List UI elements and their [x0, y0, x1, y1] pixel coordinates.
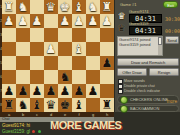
game-icon [120, 105, 128, 113]
black-player-icon: ♛ [116, 23, 127, 34]
checkbox-icon[interactable] [118, 89, 123, 94]
square-e6[interactable]: ♞ [58, 70, 72, 84]
scrollbar-thumb[interactable] [158, 37, 162, 45]
white-pawn-icon: ♟ [60, 14, 71, 28]
option-disable-check-indicator[interactable]: Disable check indicator [118, 89, 160, 93]
white-knight-icon: ♞ [88, 0, 99, 14]
white-rook-icon: ♜ [4, 0, 15, 14]
square-a1[interactable]: ♜ [2, 0, 16, 14]
black-pawn-icon: ♟ [4, 84, 15, 98]
white-bishop-icon: ♝ [74, 0, 85, 14]
chess-board: ♜♞♛♚♝♞♜♟♟♟♟♟♟♟♟♝♟♞♟♟♟♟♟♟♟♜♞♝♛♚♝♜ [2, 0, 114, 112]
square-c6[interactable] [30, 70, 44, 84]
more-games-link[interactable]: more [167, 99, 177, 104]
square-g1[interactable]: ♞ [86, 0, 100, 14]
square-c7[interactable]: ♟ [30, 84, 44, 98]
send-button[interactable]: Send [165, 36, 179, 44]
square-b2[interactable]: ♟ [16, 14, 30, 28]
square-e3[interactable] [58, 28, 72, 42]
square-a4[interactable] [2, 42, 16, 56]
square-b4[interactable] [16, 42, 30, 56]
board-frame: 12345678 ♜♞♛♚♝♞♜♟♟♟♟♟♟♟♟♝♟♞♟♟♟♟♟♟♟♜♞♝♛♚♝… [0, 0, 114, 117]
square-c3[interactable] [30, 28, 44, 42]
chat-message-text: Guest3159: gl [2, 129, 30, 134]
square-f8[interactable]: ♝ [72, 98, 86, 112]
footer-bar: Chat Guest9174: hi Guest3159: gl MORE GA… [0, 117, 180, 135]
white-pawn-icon: ♟ [102, 14, 113, 28]
square-f7[interactable]: ♟ [72, 84, 86, 98]
black-pawn-icon: ♟ [46, 84, 57, 98]
square-g5[interactable] [86, 56, 100, 70]
square-b5[interactable] [16, 56, 30, 70]
square-c1[interactable] [30, 0, 44, 14]
square-f6[interactable] [72, 70, 86, 84]
square-e4[interactable] [58, 42, 72, 56]
option-move-sounds[interactable]: Move sounds [118, 79, 145, 83]
square-d3[interactable] [44, 28, 58, 42]
white-knight-icon: ♞ [18, 0, 29, 14]
white-pawn-icon: ♟ [18, 14, 29, 28]
square-d1[interactable]: ♛ [44, 0, 58, 14]
white-king-icon: ♚ [60, 0, 71, 14]
resign-button[interactable]: Resign [149, 68, 179, 76]
white-pawn-icon: ♟ [74, 14, 85, 28]
black-bishop-icon: ♝ [32, 98, 43, 112]
square-h3[interactable] [100, 28, 114, 42]
square-f2[interactable]: ♟ [72, 14, 86, 28]
red-status-dot-icon [32, 130, 35, 133]
option-label: Disable check indicator [124, 89, 160, 93]
square-h1[interactable]: ♜ [100, 0, 114, 14]
square-h7[interactable] [100, 84, 114, 98]
option-label: Disable private chat [124, 84, 155, 88]
chat-message-text: Guest9174: hi [2, 123, 30, 128]
square-e7[interactable]: ♟ [58, 84, 72, 98]
square-g2[interactable]: ♟ [86, 14, 100, 28]
black-queen-icon: ♛ [46, 98, 57, 112]
square-c4[interactable] [30, 42, 44, 56]
game-link-row[interactable]: BACKGAMMON [117, 105, 179, 112]
white-pawn-icon: ♟ [88, 14, 99, 28]
black-pawn-icon: ♟ [88, 84, 99, 98]
square-d4[interactable]: ♟ [44, 42, 58, 56]
square-e1[interactable]: ♚ [58, 0, 72, 14]
game-icon [120, 96, 128, 104]
green-status-dot-icon [38, 130, 41, 133]
square-c2[interactable]: ♟ [30, 14, 44, 28]
square-h8[interactable]: ♜ [100, 98, 114, 112]
square-f4[interactable]: ♝ [72, 42, 86, 56]
white-player-icon: ♛ [116, 11, 127, 22]
square-a6[interactable] [2, 70, 16, 84]
square-f1[interactable]: ♝ [72, 0, 86, 14]
square-b3[interactable] [16, 28, 30, 42]
square-a8[interactable]: ♜ [2, 98, 16, 112]
square-g4[interactable] [86, 42, 100, 56]
square-b1[interactable]: ♞ [16, 0, 30, 14]
white-pawn-icon: ♟ [32, 14, 43, 28]
square-e5[interactable] [58, 56, 72, 70]
square-e2[interactable]: ♟ [58, 14, 72, 28]
black-bishop-icon: ♝ [74, 98, 85, 112]
white-rook-icon: ♜ [102, 0, 113, 14]
chess-app-window: 12345678 ♜♞♛♚♝♞♜♟♟♟♟♟♟♟♟♝♟♞♟♟♟♟♟♟♟♜♞♝♛♚♝… [0, 0, 180, 135]
square-b6[interactable] [16, 70, 30, 84]
square-g6[interactable] [86, 70, 100, 84]
square-a2[interactable]: ♟ [2, 14, 16, 28]
black-pawn-icon: ♟ [74, 84, 85, 98]
square-d6[interactable] [44, 70, 58, 84]
square-g8[interactable] [86, 98, 100, 112]
black-knight-icon: ♞ [18, 98, 29, 112]
black-king-icon: ♚ [60, 98, 71, 112]
square-a3[interactable] [2, 28, 16, 42]
square-d8[interactable]: ♛ [44, 98, 58, 112]
black-pawn-icon: ♟ [60, 84, 71, 98]
square-c8[interactable]: ♝ [30, 98, 44, 112]
square-b7[interactable]: ♟ [16, 84, 30, 98]
footer-chat-message: Guest9174: hi [2, 123, 30, 128]
square-f5[interactable] [72, 56, 86, 70]
white-aux-time: 30:30 [165, 16, 180, 22]
footer-chat-message: Guest3159: gl [2, 129, 41, 134]
white-pawn-icon: ♟ [4, 14, 15, 28]
square-g3[interactable] [86, 28, 100, 42]
chat-listbox[interactable]: Guest9174 joined Guest3159 joined [117, 36, 163, 56]
square-a7[interactable]: ♟ [2, 84, 16, 98]
option-disable-private-chat[interactable]: Disable private chat [118, 84, 155, 88]
black-rook-icon: ♜ [102, 98, 113, 112]
black-pawn-icon: ♟ [102, 56, 113, 70]
white-queen-icon: ♛ [46, 0, 57, 14]
game-link-label: BACKGAMMON [130, 106, 159, 111]
square-d5[interactable] [44, 56, 58, 70]
option-label: Move sounds [124, 79, 145, 83]
white-bishop-icon: ♝ [74, 42, 85, 56]
exit-button[interactable]: Exit [163, 1, 178, 8]
square-d2[interactable] [44, 14, 58, 28]
black-clock: 04:31 [129, 26, 162, 35]
square-h4[interactable] [100, 42, 114, 56]
black-pawn-icon: ♟ [18, 84, 29, 98]
square-b8[interactable]: ♞ [16, 98, 30, 112]
square-f3[interactable] [72, 28, 86, 42]
black-pawn-icon: ♟ [32, 84, 43, 98]
chat-scrollbar[interactable] [158, 37, 162, 55]
offer-draw-button[interactable]: Offer Draw [117, 68, 147, 76]
square-h2[interactable]: ♟ [100, 14, 114, 28]
square-a5[interactable] [2, 56, 16, 70]
square-g7[interactable]: ♟ [86, 84, 100, 98]
square-c5[interactable] [30, 56, 44, 70]
more-games-banner[interactable]: MORE GAMES [50, 119, 121, 131]
square-e8[interactable]: ♚ [58, 98, 72, 112]
chat-line: Guest3159 joined [118, 42, 162, 47]
white-pawn-icon: ♟ [46, 42, 57, 56]
square-d7[interactable]: ♟ [44, 84, 58, 98]
game-side-panel: Game #1 Exit ♛ Guest9174 04:31 30:30 ♛ G… [114, 0, 180, 112]
square-h6[interactable] [100, 70, 114, 84]
draw-rematch-button[interactable]: Draw and Rematch [117, 58, 179, 66]
game-link-label: CHECKERS ONLINE [130, 97, 168, 102]
black-knight-icon: ♞ [60, 70, 71, 84]
black-rook-icon: ♜ [4, 98, 15, 112]
square-h5[interactable]: ♟ [100, 56, 114, 70]
black-aux-time: 00:00 [165, 28, 180, 34]
game-number-label: Game #1 [120, 2, 136, 7]
